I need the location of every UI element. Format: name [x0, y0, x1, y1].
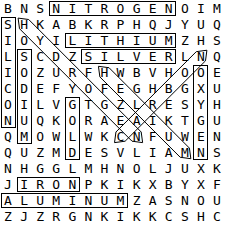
grid-cell: S: [161, 193, 177, 209]
grid-cell: Q: [0, 129, 16, 145]
grid-cell: U: [161, 129, 177, 145]
grid-cell: H: [161, 64, 177, 80]
grid-cell: R: [80, 112, 96, 128]
grid-cell: I: [145, 145, 161, 161]
grid-cell: M: [209, 0, 225, 16]
grid-cell: I: [16, 177, 32, 193]
grid-cell: S: [0, 16, 16, 32]
grid-cell: V: [112, 145, 128, 161]
grid-cell: F: [145, 129, 161, 145]
grid-cell: C: [0, 80, 16, 96]
grid-cell: Y: [177, 16, 193, 32]
grid-cell: U: [32, 193, 48, 209]
grid-cell: R: [96, 16, 112, 32]
grid-cell: O: [32, 129, 48, 145]
grid-cell: B: [161, 80, 177, 96]
grid-cell: K: [129, 177, 145, 193]
grid-cell: K: [48, 112, 64, 128]
grid-cell: K: [129, 209, 145, 225]
grid-cell: N: [177, 193, 193, 209]
grid-cell: O: [0, 96, 16, 112]
grid-cell: I: [80, 32, 96, 48]
grid-cell: L: [145, 161, 161, 177]
grid-cell: U: [16, 145, 32, 161]
grid-cell: L: [129, 96, 145, 112]
grid-cell: N: [209, 129, 225, 145]
grid-cell: E: [193, 129, 209, 145]
grid-cell: H: [96, 64, 112, 80]
grid-cell: S: [177, 209, 193, 225]
grid-cell: I: [193, 0, 209, 16]
grid-cell: T: [177, 112, 193, 128]
grid-cell: U: [16, 112, 32, 128]
grid-cell: F: [48, 80, 64, 96]
grid-cell: T: [80, 0, 96, 16]
grid-cell: A: [0, 193, 16, 209]
grid-cell: E: [32, 80, 48, 96]
grid-cell: B: [64, 16, 80, 32]
grid-cell: L: [112, 48, 128, 64]
grid-cell: G: [32, 161, 48, 177]
grid-cell: C: [32, 48, 48, 64]
grid-cell: V: [48, 96, 64, 112]
grid-cell: B: [0, 0, 16, 16]
grid-cell: U: [177, 161, 193, 177]
grid-cell: P: [80, 177, 96, 193]
grid-cell: S: [16, 48, 32, 64]
grid-cell: Y: [193, 96, 209, 112]
grid-cell: W: [48, 129, 64, 145]
grid-cell: X: [193, 177, 209, 193]
grid-cell: N: [193, 145, 209, 161]
grid-cell: L: [0, 48, 16, 64]
grid-cell: S: [209, 145, 225, 161]
grid-cell: K: [96, 177, 112, 193]
grid-cell: K: [32, 16, 48, 32]
grid-cell: H: [129, 16, 145, 32]
grid-cell: A: [161, 145, 177, 161]
grid-cell: O: [193, 64, 209, 80]
grid-cell: I: [16, 96, 32, 112]
grid-cell: W: [80, 129, 96, 145]
grid-cell: Q: [145, 16, 161, 32]
grid-cell: Y: [64, 80, 80, 96]
grid-cell: S: [96, 145, 112, 161]
grid-cell: S: [209, 32, 225, 48]
grid-cell: B: [161, 177, 177, 193]
grid-cell: G: [129, 0, 145, 16]
grid-cell: J: [161, 16, 177, 32]
grid-cell: A: [145, 193, 161, 209]
grid-cell: X: [193, 80, 209, 96]
grid-cell: M: [16, 129, 32, 145]
grid-cell: L: [64, 32, 80, 48]
grid-cell: D: [48, 48, 64, 64]
grid-cell: J: [16, 209, 32, 225]
grid-cell: R: [48, 209, 64, 225]
grid-cell: F: [96, 80, 112, 96]
grid-cell: H: [193, 32, 209, 48]
grid-cell: E: [161, 96, 177, 112]
grid-cell: R: [161, 48, 177, 64]
grid-cell: N: [16, 0, 32, 16]
grid-cell: L: [64, 129, 80, 145]
grid-cell: U: [209, 112, 225, 128]
grid-cell: J: [161, 161, 177, 177]
grid-cell: N: [129, 129, 145, 145]
grid-cell: X: [193, 161, 209, 177]
grid-cell: J: [0, 177, 16, 193]
grid-cell: E: [80, 145, 96, 161]
grid-cell: A: [48, 16, 64, 32]
grid-cell: R: [32, 177, 48, 193]
grid-cell: K: [80, 16, 96, 32]
grid-cell: N: [0, 112, 16, 128]
grid-cell: W: [112, 64, 128, 80]
grid-cell: O: [48, 177, 64, 193]
grid-cell: G: [96, 96, 112, 112]
grid-cell: O: [64, 112, 80, 128]
grid-cell: I: [145, 112, 161, 128]
grid-cell: N: [161, 0, 177, 16]
grid-cell: A: [96, 112, 112, 128]
grid-cell: I: [0, 64, 16, 80]
grid-cell: L: [129, 145, 145, 161]
grid-cell: S: [80, 48, 96, 64]
grid-cell: N: [48, 0, 64, 16]
grid-cell: L: [177, 48, 193, 64]
grid-cell: M: [80, 161, 96, 177]
grid-cell: N: [80, 209, 96, 225]
grid-cell: H: [145, 80, 161, 96]
grid-cell: T: [96, 32, 112, 48]
grid-cell: G: [64, 209, 80, 225]
grid-cell: O: [129, 161, 145, 177]
grid-cell: L: [16, 193, 32, 209]
grid-cell: G: [129, 80, 145, 96]
grid-cell: E: [145, 48, 161, 64]
grid-cell: G: [64, 96, 80, 112]
grid-cell: Q: [209, 16, 225, 32]
letter-grid: BNSNITROGENOIMSHKABKRPHQJYUQIOYILITHIUMZ…: [0, 0, 225, 225]
word-search-board: BNSNITROGENOIMSHKABKRPHQJYUQIOYILITHIUMZ…: [0, 0, 225, 225]
grid-cell: Q: [32, 112, 48, 128]
grid-cell: Z: [32, 64, 48, 80]
grid-cell: D: [64, 145, 80, 161]
grid-cell: M: [177, 145, 193, 161]
grid-cell: R: [64, 64, 80, 80]
grid-cell: Z: [112, 96, 128, 112]
grid-cell: W: [177, 129, 193, 145]
grid-cell: O: [112, 0, 128, 16]
grid-cell: H: [96, 161, 112, 177]
grid-cell: Z: [129, 193, 145, 209]
grid-cell: E: [112, 112, 128, 128]
grid-cell: N: [64, 177, 80, 193]
grid-cell: K: [96, 129, 112, 145]
grid-cell: I: [64, 0, 80, 16]
grid-cell: I: [96, 48, 112, 64]
grid-cell: O: [177, 64, 193, 80]
grid-cell: I: [112, 209, 128, 225]
grid-cell: S: [177, 96, 193, 112]
grid-cell: K: [96, 209, 112, 225]
grid-cell: U: [48, 64, 64, 80]
grid-cell: Y: [32, 32, 48, 48]
grid-cell: M: [48, 145, 64, 161]
grid-cell: Q: [0, 145, 16, 161]
grid-cell: R: [145, 96, 161, 112]
grid-cell: E: [145, 0, 161, 16]
grid-cell: F: [209, 177, 225, 193]
grid-cell: O: [16, 64, 32, 80]
grid-cell: O: [80, 80, 96, 96]
grid-cell: G: [48, 161, 64, 177]
grid-cell: L: [64, 161, 80, 177]
grid-cell: S: [32, 0, 48, 16]
grid-cell: H: [112, 32, 128, 48]
grid-cell: M: [161, 32, 177, 48]
grid-cell: H: [16, 161, 32, 177]
grid-cell: O: [193, 193, 209, 209]
grid-cell: Z: [64, 48, 80, 64]
grid-cell: H: [193, 209, 209, 225]
grid-cell: K: [209, 161, 225, 177]
grid-cell: P: [112, 16, 128, 32]
grid-cell: Q: [209, 48, 225, 64]
grid-cell: H: [16, 16, 32, 32]
grid-cell: I: [129, 32, 145, 48]
grid-cell: C: [209, 209, 225, 225]
grid-cell: Z: [177, 32, 193, 48]
grid-cell: K: [161, 112, 177, 128]
grid-cell: V: [129, 48, 145, 64]
grid-cell: T: [80, 96, 96, 112]
grid-cell: G: [193, 112, 209, 128]
grid-cell: O: [16, 32, 32, 48]
grid-cell: I: [112, 177, 128, 193]
grid-cell: N: [193, 48, 209, 64]
grid-cell: M: [48, 193, 64, 209]
grid-cell: R: [96, 0, 112, 16]
grid-cell: G: [177, 80, 193, 96]
grid-cell: L: [32, 96, 48, 112]
grid-cell: I: [48, 32, 64, 48]
grid-cell: U: [209, 193, 225, 209]
grid-cell: E: [112, 80, 128, 96]
grid-cell: N: [0, 161, 16, 177]
grid-cell: I: [0, 32, 16, 48]
grid-cell: Y: [177, 177, 193, 193]
grid-cell: V: [145, 64, 161, 80]
grid-cell: U: [96, 193, 112, 209]
grid-cell: N: [112, 161, 128, 177]
grid-cell: Z: [32, 145, 48, 161]
grid-cell: C: [112, 129, 128, 145]
grid-cell: K: [145, 209, 161, 225]
grid-cell: D: [16, 80, 32, 96]
grid-cell: N: [80, 193, 96, 209]
grid-cell: M: [112, 193, 128, 209]
grid-cell: U: [209, 80, 225, 96]
grid-cell: X: [145, 177, 161, 193]
grid-cell: U: [145, 32, 161, 48]
grid-cell: E: [209, 64, 225, 80]
grid-cell: H: [209, 96, 225, 112]
grid-cell: B: [129, 64, 145, 80]
grid-cell: I: [64, 193, 80, 209]
grid-cell: U: [193, 16, 209, 32]
grid-cell: F: [80, 64, 96, 80]
grid-cell: A: [129, 112, 145, 128]
grid-cell: Z: [0, 209, 16, 225]
grid-cell: C: [161, 209, 177, 225]
grid-cell: Z: [32, 209, 48, 225]
grid-cell: O: [177, 0, 193, 16]
